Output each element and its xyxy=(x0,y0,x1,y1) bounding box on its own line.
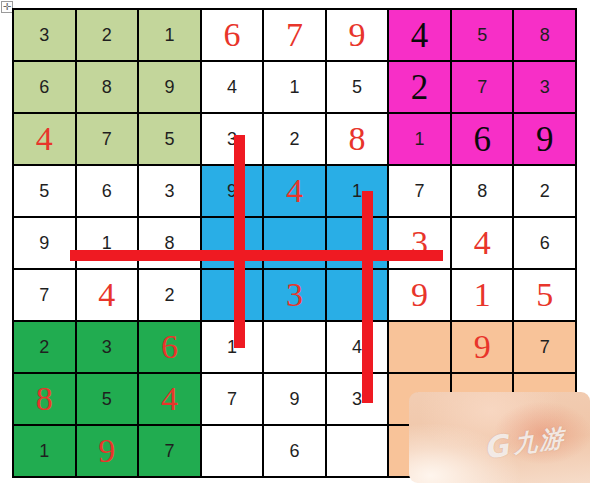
digit: 2 xyxy=(289,129,299,150)
cell-r3c1[interactable]: 4 xyxy=(14,114,75,164)
digit: 8 xyxy=(102,77,112,98)
cell-r9c4[interactable] xyxy=(202,426,263,476)
digit: 8 xyxy=(349,122,366,156)
cell-r1c3[interactable]: 1 xyxy=(139,10,200,60)
digit: 4 xyxy=(474,226,491,260)
digit: 5 xyxy=(477,25,487,46)
digit: 6 xyxy=(102,181,112,202)
cell-r8c6[interactable]: 3 xyxy=(327,374,388,424)
cell-r6c7[interactable]: 9 xyxy=(389,270,450,320)
cell-r8c1[interactable]: 8 xyxy=(14,374,75,424)
cell-r4c7[interactable]: 7 xyxy=(389,166,450,216)
cell-r1c1[interactable]: 3 xyxy=(14,10,75,60)
cell-r2c9[interactable]: 3 xyxy=(514,62,575,112)
digit: 3 xyxy=(102,337,112,358)
digit: 7 xyxy=(227,389,237,410)
digit: 3 xyxy=(39,25,49,46)
digit: 6 xyxy=(289,441,299,462)
cell-r6c3[interactable]: 2 xyxy=(139,270,200,320)
cell-r8c2[interactable]: 5 xyxy=(77,374,138,424)
digit: 2 xyxy=(540,181,550,202)
digit: 1 xyxy=(39,441,49,462)
cell-r4c5[interactable]: 4 xyxy=(264,166,325,216)
cell-r7c2[interactable]: 3 xyxy=(77,322,138,372)
cell-r3c9[interactable]: 9 xyxy=(514,114,575,164)
cell-r2c3[interactable]: 9 xyxy=(139,62,200,112)
cell-r2c1[interactable]: 6 xyxy=(14,62,75,112)
digit: 6 xyxy=(223,18,240,52)
cell-r1c6[interactable]: 9 xyxy=(327,10,388,60)
jiuyou-logo-icon: G xyxy=(485,430,513,464)
digit: 9 xyxy=(349,18,366,52)
cell-r3c3[interactable]: 5 xyxy=(139,114,200,164)
cell-r4c6[interactable]: 1 xyxy=(327,166,388,216)
cell-r2c4[interactable]: 4 xyxy=(202,62,263,112)
cell-r6c2[interactable]: 4 xyxy=(77,270,138,320)
cell-r3c7[interactable]: 1 xyxy=(389,114,450,164)
cell-r2c8[interactable]: 7 xyxy=(452,62,513,112)
cell-r5c1[interactable]: 9 xyxy=(14,218,75,268)
annotation-red-vertical-bar-left xyxy=(234,135,245,348)
cell-r1c5[interactable]: 7 xyxy=(264,10,325,60)
digit: 4 xyxy=(161,382,178,416)
digit: 7 xyxy=(286,18,303,52)
cell-r9c3[interactable]: 7 xyxy=(139,426,200,476)
cell-r5c8[interactable]: 4 xyxy=(452,218,513,268)
cell-r7c7[interactable] xyxy=(389,322,450,372)
digit: 2 xyxy=(39,337,49,358)
digit: 1 xyxy=(474,278,491,312)
digit: 1 xyxy=(164,25,174,46)
digit: 4 xyxy=(98,278,115,312)
cell-r6c8[interactable]: 1 xyxy=(452,270,513,320)
digit: 5 xyxy=(164,129,174,150)
digit: 7 xyxy=(477,77,487,98)
cell-r4c3[interactable]: 3 xyxy=(139,166,200,216)
cell-r7c4[interactable]: 1 xyxy=(202,322,263,372)
digit: 9 xyxy=(164,77,174,98)
cell-r6c1[interactable]: 7 xyxy=(14,270,75,320)
digit: 1 xyxy=(352,181,362,202)
cell-r8c4[interactable]: 7 xyxy=(202,374,263,424)
cell-r1c4[interactable]: 6 xyxy=(202,10,263,60)
digit: 9 xyxy=(39,233,49,254)
cell-r6c6[interactable] xyxy=(327,270,388,320)
digit: 4 xyxy=(36,122,53,156)
digit: 5 xyxy=(536,278,553,312)
cell-r8c3[interactable]: 4 xyxy=(139,374,200,424)
cell-r3c8[interactable]: 6 xyxy=(452,114,513,164)
digit: 4 xyxy=(227,77,237,98)
digit: 7 xyxy=(164,441,174,462)
digit: 8 xyxy=(36,382,53,416)
digit: 6 xyxy=(161,330,178,364)
sudoku-screenshot: ✛ 32167945868941527347532816956394178291… xyxy=(0,0,590,483)
cell-r4c9[interactable]: 2 xyxy=(514,166,575,216)
cell-r7c9[interactable]: 7 xyxy=(514,322,575,372)
digit: 7 xyxy=(102,129,112,150)
cell-r4c8[interactable]: 8 xyxy=(452,166,513,216)
cell-r6c9[interactable]: 5 xyxy=(514,270,575,320)
cell-r2c5[interactable]: 1 xyxy=(264,62,325,112)
digit: 4 xyxy=(352,337,362,358)
digit: 4 xyxy=(286,174,303,208)
digit: 5 xyxy=(39,181,49,202)
move-handle-icon: ✛ xyxy=(3,2,11,12)
digit: 9 xyxy=(411,278,428,312)
digit: 9 xyxy=(474,330,491,364)
digit: 3 xyxy=(352,389,362,410)
cell-r2c6[interactable]: 5 xyxy=(327,62,388,112)
cell-r9c5[interactable]: 6 xyxy=(264,426,325,476)
digit: 2 xyxy=(411,70,429,105)
digit: 3 xyxy=(540,77,550,98)
digit: 5 xyxy=(102,389,112,410)
digit: 3 xyxy=(164,181,174,202)
cell-r3c2[interactable]: 7 xyxy=(77,114,138,164)
digit: 7 xyxy=(415,181,425,202)
digit: 6 xyxy=(39,77,49,98)
watermark-text: 九游 xyxy=(513,425,565,456)
cell-r7c3[interactable]: 6 xyxy=(139,322,200,372)
digit: 8 xyxy=(477,181,487,202)
digit: 4 xyxy=(411,18,429,53)
cell-r8c5[interactable]: 9 xyxy=(264,374,325,424)
cell-r6c5[interactable]: 3 xyxy=(264,270,325,320)
digit: 7 xyxy=(39,285,49,306)
cell-r4c4[interactable]: 9 xyxy=(202,166,263,216)
digit: 1 xyxy=(415,129,425,150)
cell-r9c6[interactable] xyxy=(327,426,388,476)
cell-r3c4[interactable]: 3 xyxy=(202,114,263,164)
digit: 9 xyxy=(98,434,115,468)
cell-r7c8[interactable]: 9 xyxy=(452,322,513,372)
annotation-red-vertical-bar-right xyxy=(362,191,373,403)
digit: 6 xyxy=(540,233,550,254)
cell-r2c7[interactable]: 2 xyxy=(389,62,450,112)
digit: 9 xyxy=(289,389,299,410)
cell-r6c4[interactable] xyxy=(202,270,263,320)
cell-r4c1[interactable]: 5 xyxy=(14,166,75,216)
cell-r3c6[interactable]: 8 xyxy=(327,114,388,164)
digit: 3 xyxy=(286,278,303,312)
cell-r9c2[interactable]: 9 xyxy=(77,426,138,476)
cell-r1c7[interactable]: 4 xyxy=(389,10,450,60)
digit: 7 xyxy=(540,337,550,358)
digit: 8 xyxy=(540,25,550,46)
cell-r5c9[interactable]: 6 xyxy=(514,218,575,268)
cell-r1c8[interactable]: 5 xyxy=(452,10,513,60)
cell-r7c1[interactable]: 2 xyxy=(14,322,75,372)
cell-r2c2[interactable]: 8 xyxy=(77,62,138,112)
digit: 2 xyxy=(102,25,112,46)
cell-r3c5[interactable]: 2 xyxy=(264,114,325,164)
cell-r1c9[interactable]: 8 xyxy=(514,10,575,60)
cell-r7c5[interactable] xyxy=(264,322,325,372)
cell-r7c6[interactable]: 4 xyxy=(327,322,388,372)
digit: 2 xyxy=(164,285,174,306)
digit: 6 xyxy=(473,122,491,157)
digit: 1 xyxy=(289,77,299,98)
cell-r9c1[interactable]: 1 xyxy=(14,426,75,476)
digit: 9 xyxy=(536,122,554,157)
cell-r4c2[interactable]: 6 xyxy=(77,166,138,216)
digit: 5 xyxy=(352,77,362,98)
annotation-red-horizontal-bar xyxy=(70,250,443,261)
cell-r1c2[interactable]: 2 xyxy=(77,10,138,60)
